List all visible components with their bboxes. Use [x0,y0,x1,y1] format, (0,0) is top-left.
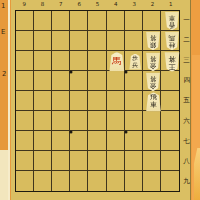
file-label: 9 [15,0,33,9]
file-label: 2 [143,0,161,9]
rank-label: 二 [182,30,191,50]
piece-layer: 香車桂馬王将銀将金将金将飛車歩兵馬 [16,11,179,191]
gote-piece-王将-13[interactable]: 王将 [164,52,180,72]
page: 1 E 2 987654321 一二三四五六七八九 香車桂馬王将銀将金将金将飛車… [0,0,200,200]
file-label: 8 [33,0,51,9]
piece-kanji: 将 [168,54,175,62]
piece-kanji: 銀 [150,41,157,48]
piece-kanji: 車 [169,14,176,21]
gote-piece-香車-11[interactable]: 香車 [164,12,179,31]
piece-kanji: 桂 [169,41,176,48]
file-label: 1 [162,0,180,9]
piece-kanji: 兵 [132,62,138,68]
piece-kanji: 車 [150,102,157,110]
promoted-sente-piece-馬-43[interactable]: 馬 [109,52,125,72]
piece-kanji: 馬 [169,34,176,41]
rank-labels: 一二三四五六七八九 [182,10,191,192]
gote-piece-銀将-22[interactable]: 銀将 [146,32,161,51]
sente-piece-飛車-25[interactable]: 飛車 [145,92,161,112]
cropped-left-page-strip: 1 E 2 [0,0,11,200]
file-label: 5 [88,0,106,9]
cropped-panel-corner [0,150,8,200]
shogi-board-panel: 987654321 一二三四五六七八九 香車桂馬王将銀将金将金将飛車歩兵馬 [11,0,191,200]
piece-kanji: 将 [150,54,157,61]
rank-label: 八 [182,152,191,172]
piece-kanji: 香 [169,21,176,28]
piece-kanji: 将 [150,75,157,82]
rank-label: 七 [182,131,191,151]
file-label: 7 [52,0,70,9]
piece-kanji: 将 [150,34,157,41]
file-label: 3 [125,0,143,9]
rank-label: 一 [182,10,191,30]
rank-label: 五 [182,91,191,111]
sente-piece-歩兵-33[interactable]: 歩兵 [129,54,142,70]
rank-label: 四 [182,71,191,91]
file-label: 4 [107,0,125,9]
gote-piece-桂馬-12[interactable]: 桂馬 [164,32,179,51]
rank-label: 三 [182,50,191,70]
rank-label: 九 [182,172,191,192]
divider-stripe [8,0,10,200]
piece-kanji: 馬 [112,57,122,67]
rank-label: 六 [182,111,191,131]
gote-piece-金将-23[interactable]: 金将 [146,52,161,71]
file-label: 6 [70,0,88,9]
file-labels: 987654321 [15,0,180,9]
gote-piece-金将-24[interactable]: 金将 [146,73,161,92]
shogi-board: 香車桂馬王将銀将金将金将飛車歩兵馬 [15,10,180,192]
